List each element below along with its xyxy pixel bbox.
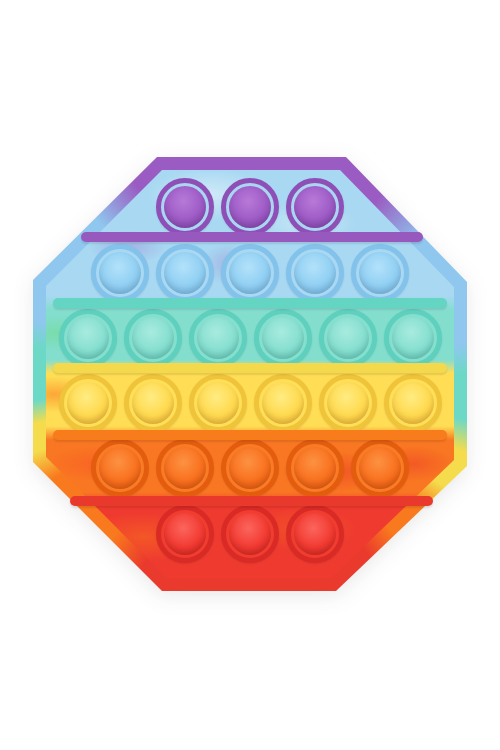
bubble-dome [262,382,304,424]
pop-it-toy [33,157,467,591]
bubble-yellow-r4c4[interactable] [254,374,312,432]
bubble-purple-r1c1[interactable] [156,178,214,236]
bubble-dome [294,447,336,489]
bubble-dome [262,317,304,359]
bubble-dome [229,186,271,228]
bubble-dome [392,317,434,359]
bubble-blue-r2c3[interactable] [221,244,279,302]
bubble-dome [99,252,141,294]
bubble-blue-r2c5[interactable] [351,244,409,302]
bubble-dome [327,382,369,424]
bubble-purple-r1c3[interactable] [286,178,344,236]
bubble-teal-r3c5[interactable] [319,309,377,367]
bubble-dome [294,513,336,555]
bubble-orange-r5c1[interactable] [91,439,149,497]
bubble-yellow-r4c1[interactable] [59,374,117,432]
bubble-dome [164,252,206,294]
bubble-dome [359,447,401,489]
bubble-dome [392,382,434,424]
bubble-dome [164,186,206,228]
bubble-dome [197,317,239,359]
bubble-purple-r1c2[interactable] [221,178,279,236]
bubble-dome [294,186,336,228]
row-divider-purple [81,232,423,242]
bubble-dome [164,513,206,555]
bubble-red-r6c1[interactable] [156,505,214,563]
row-divider-teal [53,298,447,308]
bubble-dome [229,447,271,489]
bubble-yellow-r4c3[interactable] [189,374,247,432]
bubble-dome [164,447,206,489]
bubble-blue-r2c1[interactable] [91,244,149,302]
bubble-teal-r3c6[interactable] [384,309,442,367]
bubble-dome [197,382,239,424]
bubble-row-yellow [33,374,467,432]
bubble-teal-r3c4[interactable] [254,309,312,367]
bubble-teal-r3c2[interactable] [124,309,182,367]
bubble-blue-r2c4[interactable] [286,244,344,302]
bubble-red-r6c2[interactable] [221,505,279,563]
bubble-row-red [33,505,467,563]
row-divider-orange [53,430,447,440]
bubble-row-blue [33,244,467,302]
bubble-dome [359,252,401,294]
bubble-orange-r5c4[interactable] [286,439,344,497]
bubble-row-orange [33,439,467,497]
bubble-dome [67,382,109,424]
bubble-orange-r5c5[interactable] [351,439,409,497]
bubble-orange-r5c2[interactable] [156,439,214,497]
bubble-dome [229,513,271,555]
bubble-dome [67,317,109,359]
bubble-row-teal [33,309,467,367]
row-divider-yellow [53,363,447,373]
bubble-yellow-r4c5[interactable] [319,374,377,432]
bubble-dome [294,252,336,294]
bubble-dome [327,317,369,359]
bubble-row-purple [33,178,467,236]
bubble-yellow-r4c2[interactable] [124,374,182,432]
bubble-grid [33,157,467,591]
bubble-blue-r2c2[interactable] [156,244,214,302]
row-divider-red [70,496,433,506]
bubble-dome [132,317,174,359]
product-photo-page [0,0,500,750]
bubble-red-r6c3[interactable] [286,505,344,563]
bubble-teal-r3c1[interactable] [59,309,117,367]
bubble-dome [99,447,141,489]
bubble-yellow-r4c6[interactable] [384,374,442,432]
bubble-teal-r3c3[interactable] [189,309,247,367]
bubble-dome [229,252,271,294]
bubble-dome [132,382,174,424]
bubble-orange-r5c3[interactable] [221,439,279,497]
